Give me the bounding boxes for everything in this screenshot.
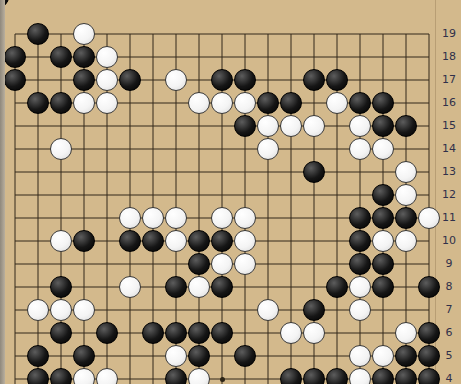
white-stone (50, 299, 72, 321)
black-stone (165, 322, 187, 344)
black-stone (303, 69, 325, 91)
white-stone (372, 345, 394, 367)
black-stone (27, 368, 49, 384)
white-stone (188, 368, 210, 384)
white-stone (303, 322, 325, 344)
black-stone (257, 92, 279, 114)
white-stone (418, 207, 440, 229)
black-stone (349, 207, 371, 229)
row-label-9: 9 (437, 258, 461, 270)
row-label-15: 15 (437, 120, 461, 132)
white-stone (395, 322, 417, 344)
go-app-window: 19181716151413121110987654 (0, 0, 461, 384)
black-stone (73, 230, 95, 252)
black-stone (303, 368, 325, 384)
black-stone (50, 368, 72, 384)
white-stone (96, 46, 118, 68)
white-stone (349, 115, 371, 137)
white-stone (211, 253, 233, 275)
row-label-6: 6 (437, 327, 461, 339)
black-stone (326, 69, 348, 91)
black-stone (119, 69, 141, 91)
white-stone (211, 207, 233, 229)
black-stone (73, 69, 95, 91)
row-label-7: 7 (437, 304, 461, 316)
black-stone (395, 207, 417, 229)
black-stone (188, 322, 210, 344)
white-stone (234, 207, 256, 229)
white-stone (395, 230, 417, 252)
white-stone (73, 368, 95, 384)
white-stone (73, 299, 95, 321)
black-stone (418, 368, 440, 384)
black-stone (372, 253, 394, 275)
white-stone (234, 92, 256, 114)
black-stone (372, 115, 394, 137)
black-stone (50, 46, 72, 68)
black-stone (395, 115, 417, 137)
black-stone (326, 368, 348, 384)
white-stone (349, 368, 371, 384)
black-stone (211, 276, 233, 298)
white-stone (257, 299, 279, 321)
window-edge-strip (0, 0, 5, 384)
white-stone (211, 92, 233, 114)
row-label-13: 13 (437, 166, 461, 178)
white-stone (234, 253, 256, 275)
white-stone (96, 92, 118, 114)
black-stone (349, 253, 371, 275)
black-stone (73, 345, 95, 367)
white-stone (395, 161, 417, 183)
white-stone (96, 69, 118, 91)
white-stone (27, 299, 49, 321)
white-stone (349, 276, 371, 298)
black-stone (418, 345, 440, 367)
white-stone (280, 115, 302, 137)
black-stone (395, 345, 417, 367)
black-stone (188, 230, 210, 252)
black-stone (395, 368, 417, 384)
white-stone (96, 368, 118, 384)
row-label-4: 4 (437, 373, 461, 384)
row-label-11: 11 (437, 212, 461, 224)
white-stone (372, 230, 394, 252)
white-stone (142, 207, 164, 229)
black-stone (280, 92, 302, 114)
row-label-5: 5 (437, 350, 461, 362)
black-stone (119, 230, 141, 252)
white-stone (165, 69, 187, 91)
row-label-8: 8 (437, 281, 461, 293)
black-stone (4, 69, 26, 91)
white-stone (280, 322, 302, 344)
black-stone (188, 253, 210, 275)
white-stone (119, 207, 141, 229)
white-stone (257, 115, 279, 137)
white-stone (188, 92, 210, 114)
white-stone (349, 299, 371, 321)
hoshi-star-point (220, 377, 225, 382)
black-stone (372, 92, 394, 114)
black-stone (4, 46, 26, 68)
black-stone (303, 161, 325, 183)
black-stone (211, 230, 233, 252)
white-stone (188, 276, 210, 298)
white-stone (165, 207, 187, 229)
white-stone (50, 230, 72, 252)
row-label-16: 16 (437, 97, 461, 109)
black-stone (142, 322, 164, 344)
black-stone (165, 276, 187, 298)
black-stone (211, 322, 233, 344)
black-stone (326, 276, 348, 298)
row-label-19: 19 (437, 28, 461, 40)
white-stone (234, 230, 256, 252)
white-stone (165, 345, 187, 367)
black-stone (303, 299, 325, 321)
white-stone (395, 184, 417, 206)
black-stone (27, 92, 49, 114)
black-stone (372, 184, 394, 206)
black-stone (234, 69, 256, 91)
white-stone (50, 138, 72, 160)
black-stone (50, 322, 72, 344)
white-stone (326, 92, 348, 114)
black-stone (188, 345, 210, 367)
black-stone (418, 322, 440, 344)
row-label-10: 10 (437, 235, 461, 247)
black-stone (372, 368, 394, 384)
black-stone (349, 92, 371, 114)
black-stone (50, 92, 72, 114)
white-stone (372, 138, 394, 160)
black-stone (142, 230, 164, 252)
black-stone (96, 322, 118, 344)
white-stone (73, 23, 95, 45)
black-stone (280, 368, 302, 384)
black-stone (27, 23, 49, 45)
black-stone (73, 46, 95, 68)
row-label-12: 12 (437, 189, 461, 201)
row-label-18: 18 (437, 51, 461, 63)
row-label-17: 17 (437, 74, 461, 86)
white-stone (349, 138, 371, 160)
black-stone (165, 368, 187, 384)
row-label-14: 14 (437, 143, 461, 155)
black-stone (349, 230, 371, 252)
white-stone (165, 230, 187, 252)
black-stone (50, 276, 72, 298)
black-stone (27, 345, 49, 367)
black-stone (418, 276, 440, 298)
white-stone (303, 115, 325, 137)
black-stone (211, 69, 233, 91)
black-stone (234, 345, 256, 367)
white-stone (73, 92, 95, 114)
white-stone (257, 138, 279, 160)
black-stone (372, 276, 394, 298)
black-stone (234, 115, 256, 137)
white-stone (349, 345, 371, 367)
white-stone (119, 276, 141, 298)
black-stone (372, 207, 394, 229)
